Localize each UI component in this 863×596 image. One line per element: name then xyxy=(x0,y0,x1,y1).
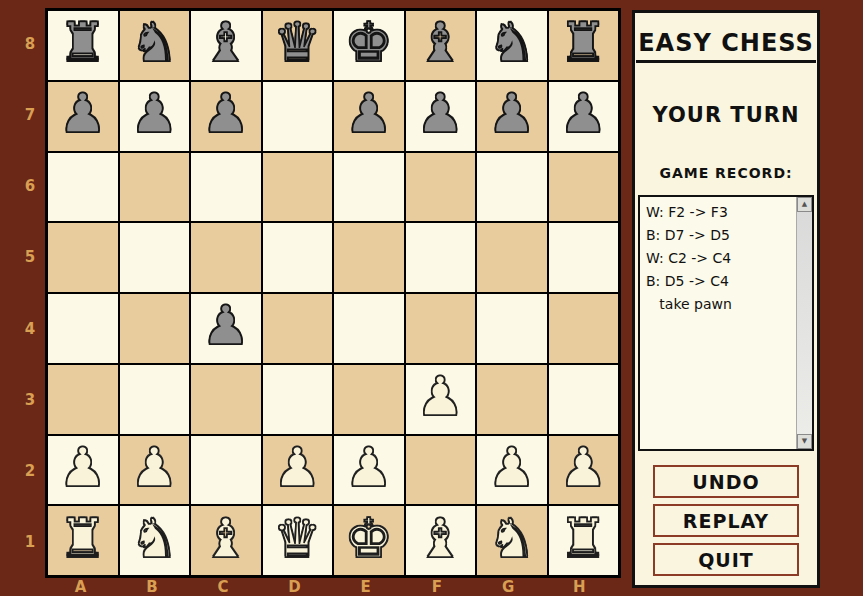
square-a6[interactable] xyxy=(48,153,118,222)
black-pawn[interactable]: ♟ xyxy=(130,87,178,141)
white-rook[interactable]: ♜ xyxy=(559,512,607,566)
file-label-f: F xyxy=(401,579,472,595)
quit-button[interactable]: QUIT xyxy=(653,543,799,576)
black-pawn[interactable]: ♟ xyxy=(559,87,607,141)
square-c2[interactable] xyxy=(191,436,261,505)
square-b3[interactable] xyxy=(120,365,190,434)
record-scrollbar[interactable]: ▲ ▼ xyxy=(796,197,812,449)
square-e8[interactable]: ♚ xyxy=(334,11,404,80)
rank-label-5: 5 xyxy=(20,222,40,293)
record-entry-1: W: F2 -> F3 xyxy=(646,201,796,224)
square-f3[interactable]: ♟ xyxy=(406,365,476,434)
rank-labels: 87654321 xyxy=(20,8,40,578)
file-label-b: B xyxy=(116,579,187,595)
square-a1[interactable]: ♜ xyxy=(48,506,118,575)
black-rook[interactable]: ♜ xyxy=(559,16,607,70)
game-record-label: GAME RECORD: xyxy=(635,165,817,181)
square-c8[interactable]: ♝ xyxy=(191,11,261,80)
white-king[interactable]: ♚ xyxy=(345,512,393,566)
black-knight[interactable]: ♞ xyxy=(488,16,536,70)
square-a5[interactable] xyxy=(48,223,118,292)
square-g4[interactable] xyxy=(477,294,547,363)
black-bishop[interactable]: ♝ xyxy=(416,16,464,70)
replay-button[interactable]: REPLAY xyxy=(653,504,799,537)
square-b8[interactable]: ♞ xyxy=(120,11,190,80)
black-queen[interactable]: ♛ xyxy=(273,16,321,70)
square-b2[interactable]: ♟ xyxy=(120,436,190,505)
square-g3[interactable] xyxy=(477,365,547,434)
black-pawn[interactable]: ♟ xyxy=(202,87,250,141)
square-d1[interactable]: ♛ xyxy=(263,506,333,575)
game-record-listbox[interactable]: W: F2 -> F3B: D7 -> D5W: C2 -> C4B: D5 -… xyxy=(638,195,814,451)
easy-chess-app: 87654321 ♜♞♝♛♚♝♞♜♟♟♟♟♟♟♟♟♟♟♟♟♟♟♟♜♞♝♛♚♝♞♜… xyxy=(0,0,863,596)
record-entry-4: B: D5 -> C4 xyxy=(646,270,796,293)
square-d5[interactable] xyxy=(263,223,333,292)
record-entry-3: W: C2 -> C4 xyxy=(646,247,796,270)
square-g6[interactable] xyxy=(477,153,547,222)
app-title: EASY CHESS xyxy=(636,29,816,63)
white-pawn[interactable]: ♟ xyxy=(130,441,178,495)
square-h3[interactable] xyxy=(549,365,619,434)
file-label-e: E xyxy=(330,579,401,595)
square-g5[interactable] xyxy=(477,223,547,292)
rank-label-3: 3 xyxy=(20,364,40,435)
square-c6[interactable] xyxy=(191,153,261,222)
undo-button[interactable]: UNDO xyxy=(653,465,799,498)
file-label-g: G xyxy=(473,579,544,595)
square-g8[interactable]: ♞ xyxy=(477,11,547,80)
square-b5[interactable] xyxy=(120,223,190,292)
side-panel: EASY CHESS YOUR TURN GAME RECORD: W: F2 … xyxy=(632,10,820,588)
white-bishop[interactable]: ♝ xyxy=(202,512,250,566)
square-h7[interactable]: ♟ xyxy=(549,82,619,151)
black-pawn[interactable]: ♟ xyxy=(202,299,250,353)
square-h2[interactable]: ♟ xyxy=(549,436,619,505)
square-f8[interactable]: ♝ xyxy=(406,11,476,80)
file-label-d: D xyxy=(259,579,330,595)
file-label-c: C xyxy=(188,579,259,595)
square-a8[interactable]: ♜ xyxy=(48,11,118,80)
turn-status: YOUR TURN xyxy=(635,103,817,127)
square-b1[interactable]: ♞ xyxy=(120,506,190,575)
scroll-down-icon[interactable]: ▼ xyxy=(797,434,812,449)
square-a2[interactable]: ♟ xyxy=(48,436,118,505)
square-f5[interactable] xyxy=(406,223,476,292)
square-a4[interactable] xyxy=(48,294,118,363)
square-d3[interactable] xyxy=(263,365,333,434)
square-d6[interactable] xyxy=(263,153,333,222)
white-pawn[interactable]: ♟ xyxy=(488,441,536,495)
square-g7[interactable]: ♟ xyxy=(477,82,547,151)
black-pawn[interactable]: ♟ xyxy=(488,87,536,141)
square-f7[interactable]: ♟ xyxy=(406,82,476,151)
square-f1[interactable]: ♝ xyxy=(406,506,476,575)
square-a3[interactable] xyxy=(48,365,118,434)
square-h1[interactable]: ♜ xyxy=(549,506,619,575)
file-label-h: H xyxy=(544,579,615,595)
action-buttons: UNDOREPLAYQUIT xyxy=(635,465,817,576)
rank-label-1: 1 xyxy=(20,507,40,578)
white-pawn[interactable]: ♟ xyxy=(559,441,607,495)
black-king[interactable]: ♚ xyxy=(345,16,393,70)
black-pawn[interactable]: ♟ xyxy=(345,87,393,141)
rank-label-4: 4 xyxy=(20,293,40,364)
square-e4[interactable] xyxy=(334,294,404,363)
square-e6[interactable] xyxy=(334,153,404,222)
white-pawn[interactable]: ♟ xyxy=(345,441,393,495)
square-f4[interactable] xyxy=(406,294,476,363)
black-rook[interactable]: ♜ xyxy=(59,16,107,70)
white-pawn[interactable]: ♟ xyxy=(273,441,321,495)
square-e5[interactable] xyxy=(334,223,404,292)
square-a7[interactable]: ♟ xyxy=(48,82,118,151)
square-d2[interactable]: ♟ xyxy=(263,436,333,505)
square-e1[interactable]: ♚ xyxy=(334,506,404,575)
rank-label-8: 8 xyxy=(20,8,40,79)
game-record-entries: W: F2 -> F3B: D7 -> D5W: C2 -> C4B: D5 -… xyxy=(640,199,796,449)
black-pawn[interactable]: ♟ xyxy=(59,87,107,141)
square-c3[interactable] xyxy=(191,365,261,434)
square-d4[interactable] xyxy=(263,294,333,363)
square-g1[interactable]: ♞ xyxy=(477,506,547,575)
square-h6[interactable] xyxy=(549,153,619,222)
record-entry-2: B: D7 -> D5 xyxy=(646,224,796,247)
square-e7[interactable]: ♟ xyxy=(334,82,404,151)
square-d7[interactable] xyxy=(263,82,333,151)
square-c7[interactable]: ♟ xyxy=(191,82,261,151)
square-c1[interactable]: ♝ xyxy=(191,506,261,575)
white-pawn[interactable]: ♟ xyxy=(416,370,464,424)
square-f6[interactable] xyxy=(406,153,476,222)
rank-label-6: 6 xyxy=(20,151,40,222)
square-b7[interactable]: ♟ xyxy=(120,82,190,151)
square-b4[interactable] xyxy=(120,294,190,363)
chess-board: ♜♞♝♛♚♝♞♜♟♟♟♟♟♟♟♟♟♟♟♟♟♟♟♜♞♝♛♚♝♞♜ xyxy=(45,8,621,578)
scroll-up-icon[interactable]: ▲ xyxy=(797,197,812,212)
square-h8[interactable]: ♜ xyxy=(549,11,619,80)
file-label-a: A xyxy=(45,579,116,595)
black-knight[interactable]: ♞ xyxy=(130,16,178,70)
square-c4[interactable]: ♟ xyxy=(191,294,261,363)
white-knight[interactable]: ♞ xyxy=(130,512,178,566)
square-h5[interactable] xyxy=(549,223,619,292)
square-h4[interactable] xyxy=(549,294,619,363)
file-labels: ABCDEFGH xyxy=(45,579,615,595)
black-bishop[interactable]: ♝ xyxy=(202,16,250,70)
white-pawn[interactable]: ♟ xyxy=(59,441,107,495)
white-queen[interactable]: ♛ xyxy=(273,512,321,566)
square-c5[interactable] xyxy=(191,223,261,292)
white-knight[interactable]: ♞ xyxy=(488,512,536,566)
rank-label-7: 7 xyxy=(20,79,40,150)
square-e2[interactable]: ♟ xyxy=(334,436,404,505)
square-e3[interactable] xyxy=(334,365,404,434)
white-bishop[interactable]: ♝ xyxy=(416,512,464,566)
square-g2[interactable]: ♟ xyxy=(477,436,547,505)
black-pawn[interactable]: ♟ xyxy=(416,87,464,141)
square-d8[interactable]: ♛ xyxy=(263,11,333,80)
white-rook[interactable]: ♜ xyxy=(59,512,107,566)
record-entry-5: take pawn xyxy=(646,293,796,316)
square-f2[interactable] xyxy=(406,436,476,505)
square-b6[interactable] xyxy=(120,153,190,222)
rank-label-2: 2 xyxy=(20,436,40,507)
